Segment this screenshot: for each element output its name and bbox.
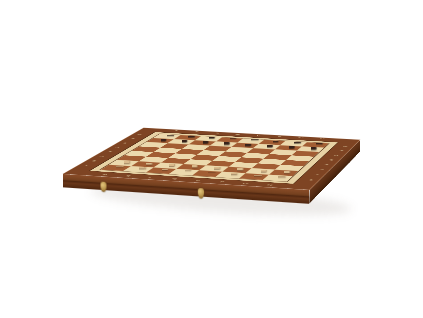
black-pawn-glyph: ♟ <box>281 135 340 153</box>
board-perspective-wrapper: ABCDEFGH ABCDEFGH 87654321 87654321 ♜♞♝♛… <box>99 36 339 276</box>
chess-board: ABCDEFGH ABCDEFGH 87654321 87654321 ♜♞♝♛… <box>63 128 361 190</box>
square-h6 <box>292 151 319 157</box>
white-rook-glyph: ♜ <box>246 157 310 181</box>
brass-clasp <box>101 182 107 193</box>
chess-set-photo: ABCDEFGH ABCDEFGH 87654321 87654321 ♜♞♝♛… <box>0 0 423 318</box>
board-grid: ♜♞♝♛♚♝♞♜♟♟♟♟♟♟♟♟♟♟♟♟♟♟♟♟♜♞♝♛♚♝♞♜ <box>101 134 329 182</box>
brass-clasp <box>198 188 204 199</box>
